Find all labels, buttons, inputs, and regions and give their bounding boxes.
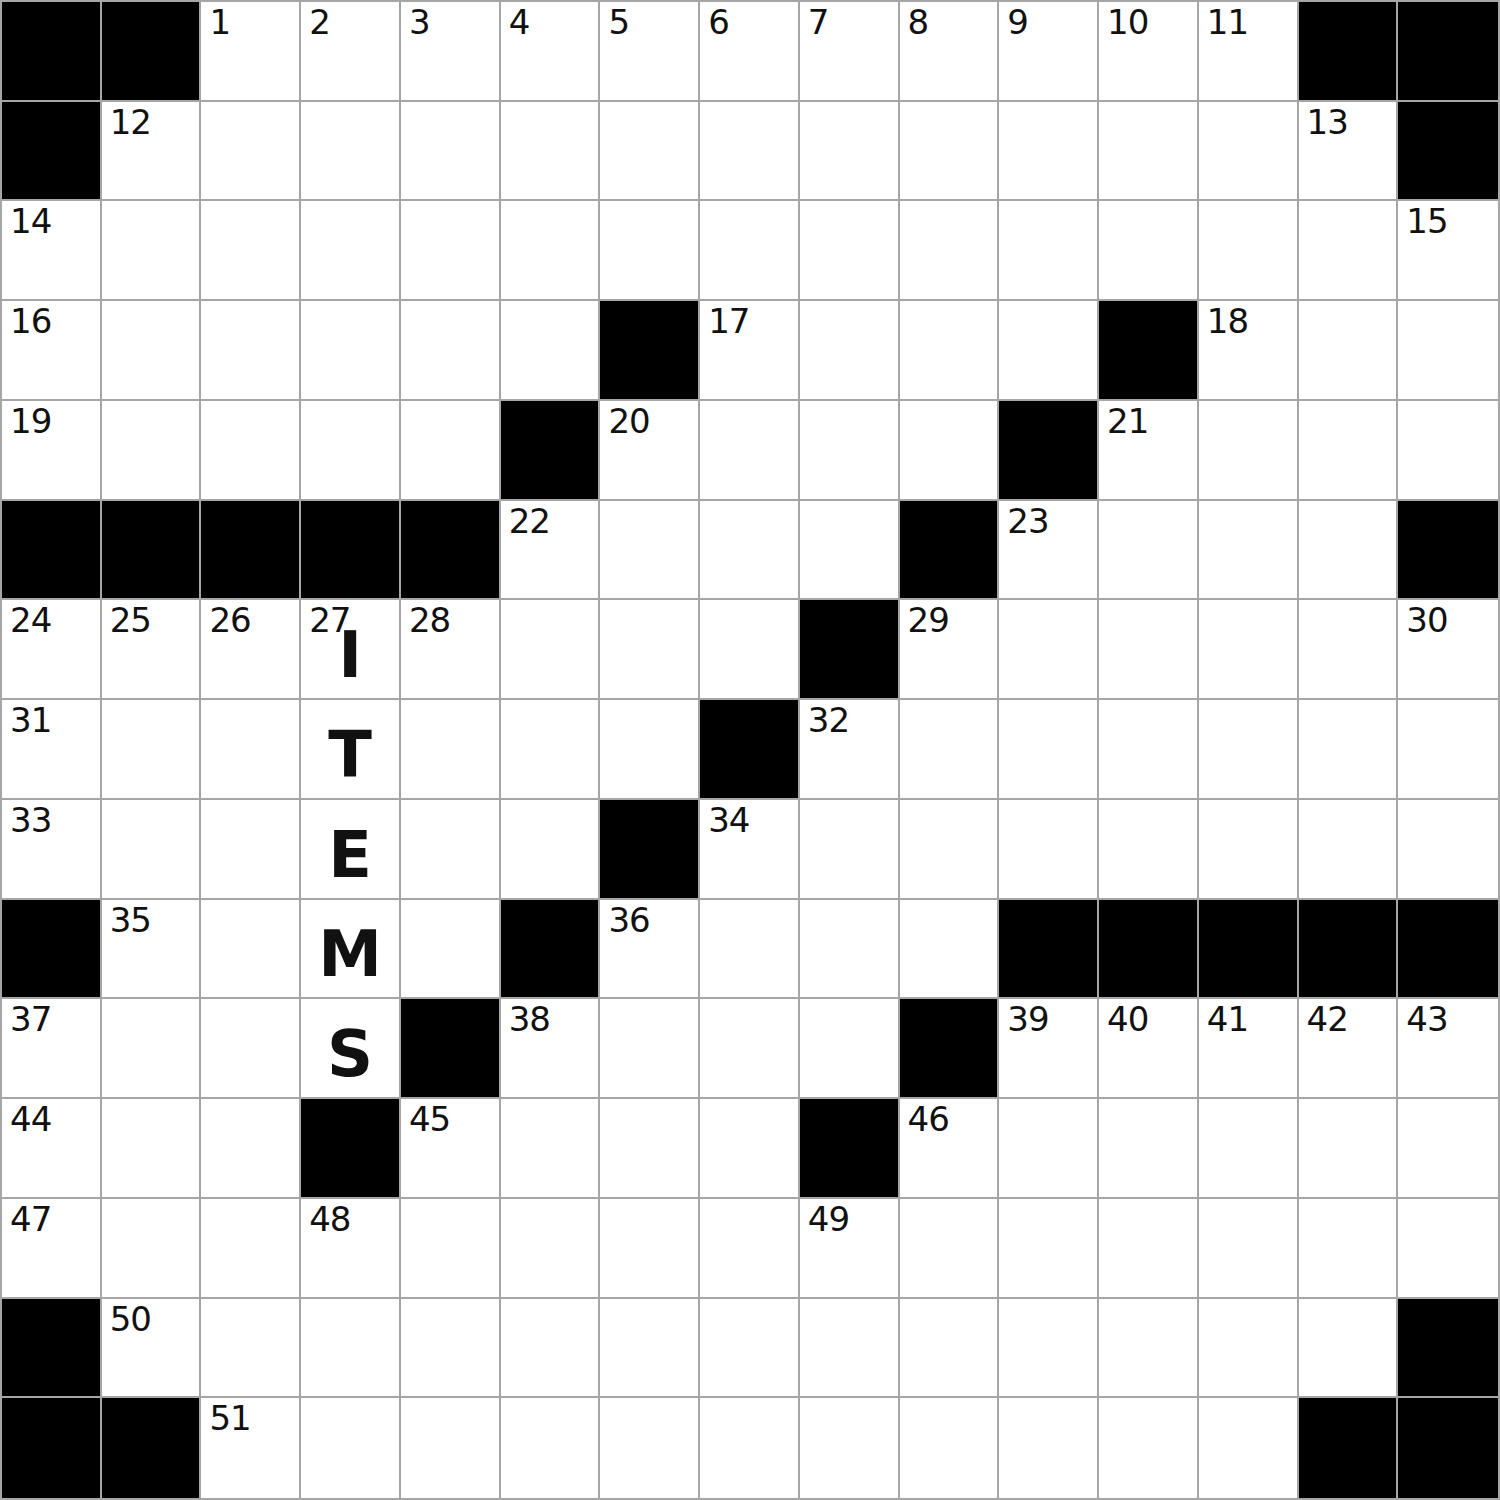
black-cell (1199, 900, 1299, 1000)
clue-number: 7 (808, 4, 829, 41)
white-cell[interactable] (1199, 102, 1299, 202)
clue-number: 12 (110, 104, 151, 141)
fill-letter: E (328, 818, 372, 892)
white-cell[interactable] (1099, 600, 1199, 700)
black-cell (301, 1099, 401, 1199)
white-cell[interactable] (900, 301, 1000, 401)
black-cell (999, 401, 1099, 501)
white-cell[interactable] (700, 501, 800, 601)
clue-number: 17 (708, 303, 749, 340)
white-cell[interactable] (700, 1299, 800, 1399)
black-cell (501, 900, 601, 1000)
white-cell[interactable]: 17 (700, 301, 800, 401)
white-cell[interactable]: 27I (301, 600, 401, 700)
white-cell[interactable]: E (301, 800, 401, 900)
clue-number: 43 (1406, 1001, 1447, 1038)
clue-number: 5 (608, 4, 629, 41)
white-cell[interactable] (1299, 700, 1399, 800)
white-cell[interactable] (700, 600, 800, 700)
clue-number: 21 (1107, 403, 1148, 440)
white-cell[interactable] (1199, 700, 1299, 800)
white-cell[interactable] (201, 1299, 301, 1399)
white-cell[interactable] (401, 1398, 501, 1498)
fill-letter: S (327, 1017, 373, 1091)
white-cell[interactable] (401, 1299, 501, 1399)
white-cell[interactable] (1398, 301, 1498, 401)
black-cell (2, 501, 102, 601)
white-cell[interactable]: 32 (800, 700, 900, 800)
white-cell[interactable]: 30 (1398, 600, 1498, 700)
clue-number: 2 (309, 4, 330, 41)
black-cell (2, 102, 102, 202)
clue-number: 47 (10, 1201, 51, 1238)
black-cell (2, 900, 102, 1000)
black-cell (1398, 1299, 1498, 1399)
white-cell[interactable] (800, 1299, 900, 1399)
clue-number: 24 (10, 602, 51, 639)
black-cell (501, 401, 601, 501)
white-cell[interactable]: 34 (700, 800, 800, 900)
white-cell[interactable] (401, 401, 501, 501)
black-cell (1099, 301, 1199, 401)
white-cell[interactable]: 26 (201, 600, 301, 700)
clue-number: 50 (110, 1301, 151, 1338)
white-cell[interactable]: 7 (800, 2, 900, 102)
white-cell[interactable]: 12 (102, 102, 202, 202)
white-cell[interactable]: 47 (2, 1199, 102, 1299)
white-cell[interactable] (800, 501, 900, 601)
white-cell[interactable]: 46 (900, 1099, 1000, 1199)
white-cell[interactable]: 3 (401, 2, 501, 102)
clue-number: 39 (1007, 1001, 1048, 1038)
white-cell[interactable]: 9 (999, 2, 1099, 102)
white-cell[interactable] (900, 700, 1000, 800)
white-cell[interactable] (1299, 800, 1399, 900)
clue-number: 29 (908, 602, 949, 639)
white-cell[interactable]: 6 (700, 2, 800, 102)
white-cell[interactable]: 10 (1099, 2, 1199, 102)
white-cell[interactable] (102, 1099, 202, 1199)
clue-number: 42 (1307, 1001, 1348, 1038)
white-cell[interactable]: 41 (1199, 999, 1299, 1099)
clue-number: 38 (509, 1001, 550, 1038)
clue-number: 48 (309, 1201, 350, 1238)
white-cell[interactable] (999, 600, 1099, 700)
white-cell[interactable]: 35 (102, 900, 202, 1000)
white-cell[interactable] (401, 700, 501, 800)
white-cell[interactable] (600, 1199, 700, 1299)
white-cell[interactable] (999, 800, 1099, 900)
clue-number: 6 (708, 4, 729, 41)
white-cell[interactable] (301, 102, 401, 202)
white-cell[interactable] (800, 800, 900, 900)
white-cell[interactable] (401, 1199, 501, 1299)
clue-number: 3 (409, 4, 430, 41)
clue-number: 37 (10, 1001, 51, 1038)
black-cell (900, 501, 1000, 601)
black-cell (102, 1398, 202, 1498)
white-cell[interactable] (700, 1199, 800, 1299)
white-cell[interactable] (201, 401, 301, 501)
white-cell[interactable] (102, 201, 202, 301)
white-cell[interactable] (800, 102, 900, 202)
white-cell[interactable]: 51 (201, 1398, 301, 1498)
fill-letter: I (338, 618, 362, 692)
white-cell[interactable] (800, 999, 900, 1099)
white-cell[interactable] (201, 700, 301, 800)
clue-number: 13 (1307, 104, 1348, 141)
clue-number: 20 (608, 403, 649, 440)
white-cell[interactable] (700, 1398, 800, 1498)
fill-letter: T (328, 718, 372, 792)
clue-number: 41 (1207, 1001, 1248, 1038)
white-cell[interactable] (1099, 700, 1199, 800)
clue-number: 51 (209, 1400, 250, 1437)
white-cell[interactable]: 22 (501, 501, 601, 601)
white-cell[interactable] (201, 1199, 301, 1299)
white-cell[interactable]: 29 (900, 600, 1000, 700)
white-cell[interactable] (501, 201, 601, 301)
white-cell[interactable] (800, 201, 900, 301)
white-cell[interactable] (301, 401, 401, 501)
black-cell (2, 2, 102, 102)
white-cell[interactable] (201, 301, 301, 401)
white-cell[interactable] (1199, 600, 1299, 700)
clue-number: 23 (1007, 503, 1048, 540)
white-cell[interactable] (999, 1299, 1099, 1399)
white-cell[interactable] (501, 800, 601, 900)
white-cell[interactable] (999, 301, 1099, 401)
white-cell[interactable]: 45 (401, 1099, 501, 1199)
white-cell[interactable] (401, 900, 501, 1000)
black-cell (301, 501, 401, 601)
clue-number: 8 (908, 4, 929, 41)
clue-number: 26 (209, 602, 250, 639)
white-cell[interactable] (1099, 102, 1199, 202)
white-cell[interactable]: 18 (1199, 301, 1299, 401)
clue-number: 19 (10, 403, 51, 440)
white-cell[interactable] (1199, 1299, 1299, 1399)
white-cell[interactable] (401, 102, 501, 202)
white-cell[interactable] (1199, 800, 1299, 900)
clue-number: 31 (10, 702, 51, 739)
white-cell[interactable] (201, 102, 301, 202)
white-cell[interactable]: 21 (1099, 401, 1199, 501)
black-cell (1299, 1398, 1399, 1498)
black-cell (401, 999, 501, 1099)
white-cell[interactable] (800, 401, 900, 501)
clue-number: 35 (110, 902, 151, 939)
white-cell[interactable] (600, 1299, 700, 1399)
white-cell[interactable] (900, 800, 1000, 900)
white-cell[interactable]: 28 (401, 600, 501, 700)
white-cell[interactable]: 1 (201, 2, 301, 102)
white-cell[interactable] (1199, 1398, 1299, 1498)
clue-number: 33 (10, 802, 51, 839)
white-cell[interactable]: 44 (2, 1099, 102, 1199)
white-cell[interactable]: T (301, 700, 401, 800)
clue-number: 25 (110, 602, 151, 639)
white-cell[interactable] (401, 201, 501, 301)
white-cell[interactable] (1299, 201, 1399, 301)
white-cell[interactable] (501, 1398, 601, 1498)
white-cell[interactable] (501, 1199, 601, 1299)
black-cell (700, 700, 800, 800)
white-cell[interactable] (999, 201, 1099, 301)
clue-number: 36 (608, 902, 649, 939)
white-cell[interactable] (600, 102, 700, 202)
white-cell[interactable]: 19 (2, 401, 102, 501)
black-cell (201, 501, 301, 601)
clue-number: 34 (708, 802, 749, 839)
white-cell[interactable] (401, 301, 501, 401)
white-cell[interactable] (201, 1099, 301, 1199)
black-cell (1398, 2, 1498, 102)
white-cell[interactable]: 24 (2, 600, 102, 700)
white-cell[interactable] (501, 600, 601, 700)
clue-number: 40 (1107, 1001, 1148, 1038)
white-cell[interactable] (102, 1199, 202, 1299)
white-cell[interactable] (1299, 501, 1399, 601)
white-cell[interactable] (1299, 1199, 1399, 1299)
white-cell[interactable] (800, 900, 900, 1000)
white-cell[interactable] (900, 201, 1000, 301)
white-cell[interactable] (1099, 1099, 1199, 1199)
white-cell[interactable]: 20 (600, 401, 700, 501)
black-cell (102, 501, 202, 601)
black-cell (1099, 900, 1199, 1000)
clue-number: 4 (509, 4, 530, 41)
white-cell[interactable] (600, 600, 700, 700)
white-cell[interactable] (999, 102, 1099, 202)
white-cell[interactable] (700, 999, 800, 1099)
white-cell[interactable]: 36 (600, 900, 700, 1000)
white-cell[interactable] (1099, 1199, 1199, 1299)
clue-number: 45 (409, 1101, 450, 1138)
white-cell[interactable] (900, 1398, 1000, 1498)
white-cell[interactable]: 37 (2, 999, 102, 1099)
white-cell[interactable] (900, 1199, 1000, 1299)
black-cell (600, 301, 700, 401)
white-cell[interactable] (1099, 1398, 1199, 1498)
white-cell[interactable] (1398, 1199, 1498, 1299)
white-cell[interactable] (700, 1099, 800, 1199)
white-cell[interactable] (201, 900, 301, 1000)
white-cell[interactable] (999, 700, 1099, 800)
black-cell (401, 501, 501, 601)
white-cell[interactable]: 16 (2, 301, 102, 401)
black-cell (2, 1299, 102, 1399)
white-cell[interactable] (1299, 1099, 1399, 1199)
white-cell[interactable] (401, 800, 501, 900)
white-cell[interactable] (800, 301, 900, 401)
white-cell[interactable] (301, 1299, 401, 1399)
white-cell[interactable] (501, 1099, 601, 1199)
white-cell[interactable] (201, 999, 301, 1099)
white-cell[interactable] (1199, 1099, 1299, 1199)
white-cell[interactable]: 14 (2, 201, 102, 301)
white-cell[interactable]: 48 (301, 1199, 401, 1299)
white-cell[interactable] (900, 900, 1000, 1000)
white-cell[interactable] (1099, 501, 1199, 601)
white-cell[interactable] (1099, 800, 1199, 900)
black-cell (102, 2, 202, 102)
black-cell (900, 999, 1000, 1099)
white-cell[interactable] (501, 700, 601, 800)
white-cell[interactable]: 23 (999, 501, 1099, 601)
white-cell[interactable] (301, 301, 401, 401)
white-cell[interactable]: S (301, 999, 401, 1099)
clue-number: 28 (409, 602, 450, 639)
white-cell[interactable] (501, 102, 601, 202)
white-cell[interactable] (201, 800, 301, 900)
white-cell[interactable]: 4 (501, 2, 601, 102)
white-cell[interactable]: 39 (999, 999, 1099, 1099)
white-cell[interactable] (301, 1398, 401, 1498)
white-cell[interactable] (1199, 201, 1299, 301)
white-cell[interactable]: 33 (2, 800, 102, 900)
black-cell (800, 1099, 900, 1199)
white-cell[interactable]: 13 (1299, 102, 1399, 202)
clue-number: 9 (1007, 4, 1028, 41)
white-cell[interactable] (1299, 600, 1399, 700)
white-cell[interactable] (1199, 501, 1299, 601)
white-cell[interactable] (999, 1099, 1099, 1199)
black-cell (1398, 102, 1498, 202)
clue-number: 16 (10, 303, 51, 340)
clue-number: 14 (10, 203, 51, 240)
white-cell[interactable]: 50 (102, 1299, 202, 1399)
black-cell (1299, 2, 1399, 102)
white-cell[interactable]: 31 (2, 700, 102, 800)
white-cell[interactable] (102, 301, 202, 401)
white-cell[interactable] (201, 201, 301, 301)
white-cell[interactable] (1398, 1099, 1498, 1199)
white-cell[interactable] (900, 1299, 1000, 1399)
clue-number: 30 (1406, 602, 1447, 639)
white-cell[interactable] (1299, 401, 1399, 501)
fill-letter: M (318, 917, 382, 991)
clue-number: 11 (1207, 4, 1248, 41)
white-cell[interactable] (600, 501, 700, 601)
black-cell (600, 800, 700, 900)
clue-number: 15 (1406, 203, 1447, 240)
white-cell[interactable]: 38 (501, 999, 601, 1099)
black-cell (1398, 1398, 1498, 1498)
white-cell[interactable] (1099, 1299, 1199, 1399)
clue-number: 32 (808, 702, 849, 739)
white-cell[interactable] (1398, 700, 1498, 800)
black-cell (1398, 900, 1498, 1000)
clue-number: 44 (10, 1101, 51, 1138)
clue-number: 46 (908, 1101, 949, 1138)
crossword-board: 1234567891011121314151617181920212223242… (0, 0, 1500, 1500)
black-cell (1299, 900, 1399, 1000)
white-cell[interactable] (999, 1199, 1099, 1299)
white-cell[interactable] (1299, 1299, 1399, 1399)
white-cell[interactable]: 11 (1199, 2, 1299, 102)
white-cell[interactable] (600, 999, 700, 1099)
white-cell[interactable] (600, 1398, 700, 1498)
white-cell[interactable] (102, 800, 202, 900)
white-cell[interactable]: 49 (800, 1199, 900, 1299)
black-cell (999, 900, 1099, 1000)
white-cell[interactable] (102, 700, 202, 800)
white-cell[interactable] (102, 999, 202, 1099)
clue-number: 10 (1107, 4, 1148, 41)
clue-number: 1 (209, 4, 230, 41)
black-cell (800, 600, 900, 700)
white-cell[interactable] (1398, 800, 1498, 900)
white-cell[interactable] (999, 1398, 1099, 1498)
white-cell[interactable] (700, 401, 800, 501)
black-cell (1398, 501, 1498, 601)
white-cell[interactable]: 43 (1398, 999, 1498, 1099)
white-cell[interactable] (800, 1398, 900, 1498)
white-cell[interactable] (1299, 301, 1399, 401)
white-cell[interactable] (501, 1299, 601, 1399)
white-cell[interactable] (501, 301, 601, 401)
white-cell[interactable]: 2 (301, 2, 401, 102)
white-cell[interactable] (700, 102, 800, 202)
white-cell[interactable] (102, 401, 202, 501)
white-cell[interactable] (600, 201, 700, 301)
white-cell[interactable] (1199, 401, 1299, 501)
white-cell[interactable] (600, 1099, 700, 1199)
black-cell (2, 1398, 102, 1498)
white-cell[interactable] (1199, 1199, 1299, 1299)
white-cell[interactable] (301, 201, 401, 301)
white-cell[interactable]: 5 (600, 2, 700, 102)
clue-number: 22 (509, 503, 550, 540)
white-cell[interactable] (700, 201, 800, 301)
white-cell[interactable]: 42 (1299, 999, 1399, 1099)
white-cell[interactable]: M (301, 900, 401, 1000)
white-cell[interactable] (1099, 201, 1199, 301)
white-cell[interactable] (600, 700, 700, 800)
white-cell[interactable] (1398, 401, 1498, 501)
white-cell[interactable] (700, 900, 800, 1000)
white-cell[interactable]: 40 (1099, 999, 1199, 1099)
white-cell[interactable] (900, 102, 1000, 202)
clue-number: 18 (1207, 303, 1248, 340)
white-cell[interactable]: 15 (1398, 201, 1498, 301)
white-cell[interactable]: 25 (102, 600, 202, 700)
white-cell[interactable] (900, 401, 1000, 501)
white-cell[interactable]: 8 (900, 2, 1000, 102)
clue-number: 49 (808, 1201, 849, 1238)
